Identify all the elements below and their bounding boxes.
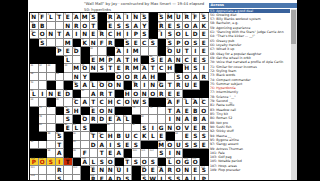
grid-cell[interactable]: E [64,47,73,56]
grid-cell[interactable]: N [149,81,158,90]
grid-cell[interactable]: L [90,158,99,167]
grid-cell[interactable]: 32D [73,47,82,56]
grid-cell[interactable] [115,124,124,133]
grid-cell[interactable]: S [175,175,184,181]
grid-cell[interactable]: P [200,175,209,181]
grid-cell[interactable]: R [90,115,99,124]
grid-cell[interactable] [64,166,73,175]
clue-list[interactable]: 53: Appreciate a good deal56: Growing di… [209,9,290,173]
grid-cell[interactable]: L [192,175,201,181]
grid-cell[interactable]: R [166,166,175,175]
grid-cell[interactable]: S [192,141,201,150]
grid-cell[interactable]: E [183,107,192,116]
grid-cell[interactable]: 88 [47,132,56,141]
grid-cell[interactable]: T [90,22,99,31]
grid-cell[interactable]: N [115,81,124,90]
grid-cell[interactable]: N [175,149,184,158]
grid-cell[interactable]: 52S [175,73,184,82]
grid-cell[interactable]: S [175,22,184,31]
grid-cell[interactable]: N [107,166,116,175]
grid-cell[interactable]: 75 [132,107,141,116]
grid-cell[interactable]: C [158,64,167,73]
grid-cell[interactable] [73,56,82,65]
grid-cell[interactable]: O [107,158,116,167]
grid-cell[interactable]: A [175,107,184,116]
grid-cell[interactable]: T [124,56,133,65]
grid-cell[interactable] [141,47,150,56]
grid-cell[interactable]: 24R [98,30,107,39]
grid-cell[interactable]: E [115,64,124,73]
grid-cell[interactable]: 16U [175,13,184,22]
crossword-grid[interactable]: 1N2F3L4T5E6A7M8S9R10A11I12N13S14S15M16U1… [29,12,210,180]
grid-cell[interactable]: 12N [132,13,141,22]
grid-cell[interactable]: C [115,98,124,107]
grid-cell[interactable]: E [166,90,175,99]
grid-cell[interactable]: 104O [39,158,48,167]
grid-cell[interactable]: 84E [64,124,73,133]
grid-cell[interactable]: 120S [141,175,150,181]
grid-cell[interactable]: E [90,30,99,39]
grid-cell[interactable]: 77 [158,107,167,116]
grid-cell[interactable]: H [73,107,82,116]
grid-cell[interactable]: 15M [166,13,175,22]
grid-cell[interactable]: H [115,30,124,39]
grid-cell[interactable]: 72 [47,107,56,116]
grid-cell[interactable]: 35O [166,47,175,56]
grid-cell[interactable]: S [166,30,175,39]
grid-cell[interactable]: 71 [39,107,48,116]
grid-cell[interactable]: 54S [73,81,82,90]
grid-cell[interactable]: C [141,39,150,48]
grid-cell[interactable]: 20B [30,22,39,31]
grid-cell[interactable]: 13S [141,13,150,22]
grid-cell[interactable]: F [175,98,184,107]
grid-cell[interactable]: E [132,39,141,48]
grid-cell[interactable]: 51 [166,73,175,82]
grid-cell[interactable]: 86 [107,124,116,133]
grid-cell[interactable]: P [132,30,141,39]
grid-cell[interactable]: 11I [124,13,133,22]
grid-cell[interactable]: 65 [56,98,65,107]
grid-cell[interactable]: A [183,175,192,181]
grid-cell[interactable]: 21E [107,22,116,31]
grid-cell[interactable]: I [124,166,133,175]
grid-cell[interactable] [39,98,48,107]
grid-cell[interactable]: T [56,141,65,150]
grid-cell[interactable]: 39S [149,56,158,65]
grid-cell[interactable]: D [98,115,107,124]
grid-cell[interactable]: A [107,175,116,181]
grid-cell[interactable]: R [73,22,82,31]
grid-cell[interactable]: 108L [166,158,175,167]
grid-cell[interactable] [90,149,99,158]
grid-cell[interactable]: F [98,39,107,48]
grid-cell[interactable]: 40E [158,56,167,65]
grid-cell[interactable]: I [166,115,175,124]
grid-cell[interactable]: 63H [124,90,133,99]
grid-cell[interactable]: T [166,107,175,116]
grid-cell[interactable]: A [81,98,90,107]
grid-cell[interactable]: N [47,30,56,39]
grid-cell[interactable]: S [192,39,201,48]
grid-cell[interactable]: N [175,56,184,65]
grid-cell[interactable]: A [183,115,192,124]
grid-cell[interactable]: R [158,90,167,99]
grid-cell[interactable]: O [183,73,192,82]
grid-cell[interactable]: A [64,30,73,39]
grid-cell[interactable]: A [192,73,201,82]
grid-cell[interactable]: I [158,175,167,181]
grid-cell[interactable]: S [192,64,201,73]
grid-cell[interactable]: A [166,56,175,65]
grid-cell[interactable] [47,39,56,48]
grid-cell[interactable]: S [141,124,150,133]
grid-cell[interactable]: O [39,30,48,39]
grid-cell[interactable]: M [73,64,82,73]
grid-cell[interactable]: A [81,81,90,90]
grid-cell[interactable]: 69A [192,98,201,107]
grid-cell[interactable]: 64 [30,98,39,107]
grid-cell[interactable]: U [175,141,184,150]
grid-cell[interactable]: 107T [124,158,133,167]
grid-cell[interactable]: N [166,124,175,133]
grid-cell[interactable]: N [73,73,82,82]
grid-cell[interactable]: S [200,56,209,65]
grid-cell[interactable]: 47H [183,64,192,73]
grid-cell[interactable]: B [115,132,124,141]
grid-cell[interactable]: I [124,30,133,39]
grid-cell[interactable]: 19S [200,13,209,22]
grid-cell[interactable]: E [56,90,65,99]
grid-cell[interactable]: L [183,30,192,39]
grid-cell[interactable]: O [141,158,150,167]
grid-cell[interactable]: I [73,30,82,39]
grid-cell[interactable]: T [149,64,158,73]
grid-cell[interactable]: 110O [192,158,201,167]
grid-cell[interactable]: 62 [81,90,90,99]
grid-cell[interactable]: 109G [183,158,192,167]
grid-cell[interactable]: N [47,90,56,99]
grid-cell[interactable]: 68L [183,98,192,107]
grid-cell[interactable]: 9R [107,13,116,22]
grid-cell[interactable]: A [192,22,201,31]
grid-cell[interactable]: 95 [73,141,82,150]
grid-cell[interactable]: 97O [166,141,175,150]
grid-cell[interactable]: 57O [107,81,116,90]
grid-cell[interactable]: 61D [64,90,73,99]
grid-cell[interactable]: 22R [158,22,167,31]
grid-cell[interactable]: 117S [200,166,209,175]
grid-cell[interactable]: 85L [73,124,82,133]
grid-cell[interactable]: E [183,132,192,141]
grid-cell[interactable]: U [175,47,184,56]
grid-cell[interactable]: 66C [73,98,82,107]
grid-cell[interactable]: M [132,64,141,73]
grid-cell[interactable]: S [124,22,133,31]
grid-cell[interactable]: A [56,149,65,158]
grid-cell[interactable]: 10A [115,13,124,22]
grid-cell[interactable]: S [141,98,150,107]
grid-cell[interactable]: 23C [30,30,39,39]
grid-cell[interactable]: I [192,47,201,56]
grid-cell[interactable]: 1N [30,13,39,22]
grid-cell[interactable]: I [149,124,158,133]
grid-cell[interactable]: C [132,132,141,141]
grid-cell[interactable]: S [149,158,158,167]
grid-cell[interactable]: 56O [98,81,107,90]
grid-cell[interactable]: 96M [158,141,167,150]
grid-cell[interactable]: 4T [56,13,65,22]
grid-cell[interactable]: K [200,22,209,31]
grid-cell[interactable] [56,115,65,124]
grid-cell[interactable]: 101 [141,149,150,158]
grid-cell[interactable]: 74E [90,107,99,116]
grid-cell[interactable]: W [132,98,141,107]
grid-cell[interactable]: N [64,22,73,31]
grid-cell[interactable]: 7M [81,13,90,22]
grid-cell[interactable]: D [192,30,201,39]
grid-cell[interactable]: 82 [141,115,150,124]
grid-cell[interactable]: H [166,64,175,73]
grid-cell[interactable]: R [124,64,133,73]
grid-cell[interactable]: 25I [158,30,167,39]
grid-cell[interactable]: A [98,141,107,150]
grid-cell[interactable] [39,73,48,82]
grid-cell[interactable]: O [81,22,90,31]
grid-cell[interactable]: T [166,81,175,90]
grid-cell[interactable]: 92C [98,132,107,141]
grid-cell[interactable]: 48 [30,73,39,82]
grid-cell[interactable]: 73S [64,107,73,116]
clue-item[interactable]: 70: Voice that narrated a profile of Api… [209,60,290,64]
grid-cell[interactable]: N [90,64,99,73]
grid-cell[interactable]: 94 [30,141,39,150]
grid-cell[interactable]: E [107,115,116,124]
grid-cell[interactable]: 115D [141,166,150,175]
grid-cell[interactable]: E [192,166,201,175]
grid-cell[interactable] [47,73,56,82]
grid-cell[interactable]: S [158,149,167,158]
grid-cell[interactable]: 100 [132,149,141,158]
grid-cell[interactable]: H [132,56,141,65]
grid-cell[interactable]: 118 [30,175,39,181]
grid-cell[interactable]: R [175,81,184,90]
grid-cell[interactable]: O [183,22,192,31]
grid-cell[interactable]: S [115,141,124,150]
grid-cell[interactable]: 50O [115,73,124,82]
grid-cell[interactable]: R [200,124,209,133]
grid-cell[interactable]: I [141,81,150,90]
grid-cell[interactable]: O [175,166,184,175]
grid-cell[interactable]: 18F [192,13,201,22]
grid-cell[interactable]: 55L [90,81,99,90]
grid-cell[interactable] [64,73,73,82]
grid-cell[interactable]: R [56,166,65,175]
grid-cell[interactable]: I [107,141,116,150]
grid-cell[interactable]: 78 [39,115,48,124]
grid-cell[interactable]: 87 [132,124,141,133]
grid-cell[interactable]: G [158,124,167,133]
grid-cell[interactable]: I [166,149,175,158]
grid-cell[interactable]: 49 [56,73,65,82]
grid-cell[interactable]: E [149,166,158,175]
grid-cell[interactable]: I [56,158,65,167]
grid-cell[interactable]: 93 [175,132,184,141]
grid-cell[interactable]: 80A [115,115,124,124]
clue-scrollbar[interactable] [291,9,297,180]
grid-cell[interactable]: S [132,141,141,150]
grid-cell[interactable]: C [183,56,192,65]
grid-cell[interactable]: O [175,124,184,133]
grid-cell[interactable]: 42 [39,64,48,73]
grid-cell[interactable]: E [124,141,133,150]
grid-cell[interactable]: S [166,175,175,181]
grid-cell[interactable]: 70C [200,98,209,107]
grid-cell[interactable] [149,47,158,56]
grid-cell[interactable]: S [141,30,150,39]
grid-cell[interactable]: T [98,149,107,158]
grid-cell[interactable]: 45O [81,64,90,73]
grid-cell[interactable] [47,124,56,133]
grid-cell[interactable]: R [200,73,209,82]
grid-cell[interactable]: M [64,39,73,48]
grid-cell[interactable]: 60L [30,90,39,99]
grid-cell[interactable]: N [98,166,107,175]
grid-cell[interactable]: 6A [73,13,82,22]
grid-cell[interactable]: E [200,47,209,56]
grid-cell[interactable]: H [107,98,116,107]
grid-cell[interactable]: I [124,47,133,56]
grid-cell[interactable]: 98 [47,149,56,158]
grid-cell[interactable]: 59G [158,81,167,90]
grid-cell[interactable]: 29S [149,39,158,48]
grid-cell[interactable]: S [56,175,65,181]
grid-cell[interactable]: S [183,141,192,150]
grid-cell[interactable] [56,81,65,90]
grid-cell[interactable]: N [81,30,90,39]
grid-cell[interactable]: O [98,107,107,116]
grid-cell[interactable]: E [158,132,167,141]
grid-cell[interactable]: T [90,98,99,107]
grid-cell[interactable]: 114U [115,166,124,175]
grid-cell[interactable]: 2F [39,13,48,22]
grid-cell[interactable]: E [200,30,209,39]
grid-cell[interactable]: 17R [183,13,192,22]
grid-cell[interactable]: 58R [132,81,141,90]
grid-cell[interactable]: A [115,149,124,158]
grid-cell[interactable] [81,141,90,150]
grid-cell[interactable]: B [192,107,201,116]
grid-cell[interactable]: L [149,132,158,141]
grid-cell[interactable]: E [192,81,201,90]
grid-cell[interactable]: D [90,141,99,150]
grid-cell[interactable]: O [175,30,184,39]
grid-cell[interactable]: 43 [47,64,56,73]
grid-cell[interactable]: S [124,175,133,181]
grid-cell[interactable] [158,115,167,124]
grid-cell[interactable] [149,115,158,124]
grid-cell[interactable]: 119R [90,175,99,181]
grid-cell[interactable]: O [200,107,209,116]
grid-cell[interactable] [56,39,65,48]
grid-cell[interactable]: 90 [73,132,82,141]
grid-cell[interactable]: I [39,90,48,99]
grid-cell[interactable]: S [115,22,124,31]
grid-cell[interactable]: 105T [64,158,73,167]
grid-cell[interactable]: E [107,149,116,158]
grid-cell[interactable]: Y [81,73,90,82]
grid-cell[interactable]: E [166,22,175,31]
grid-cell[interactable]: 46A [141,64,150,73]
grid-cell[interactable] [47,141,56,150]
grid-cell[interactable]: E [192,124,201,133]
grid-cell[interactable] [39,141,48,150]
grid-cell[interactable] [39,166,48,175]
grid-cell[interactable]: S [98,158,107,167]
grid-cell[interactable]: 37E [90,56,99,65]
grid-cell[interactable]: 91T [90,132,99,141]
grid-cell[interactable] [124,124,133,133]
scrollbar-thumb[interactable] [291,10,296,44]
grid-cell[interactable]: M [132,47,141,56]
grid-cell[interactable]: O [183,39,192,48]
grid-cell[interactable]: N [141,90,150,99]
grid-cell[interactable]: E [200,39,209,48]
grid-cell[interactable]: 81L [124,115,133,124]
grid-cell[interactable]: O [124,98,133,107]
grid-cell[interactable]: 30S [166,39,175,48]
grid-cell[interactable] [64,175,73,181]
grid-cell[interactable]: O [149,90,158,99]
grid-cell[interactable]: 116A [158,166,167,175]
grid-cell[interactable]: 103P [30,158,39,167]
grid-cell[interactable]: E [200,141,209,150]
grid-cell[interactable]: E [98,175,107,181]
grid-cell[interactable]: 34A [115,47,124,56]
grid-cell[interactable]: 99 [73,149,82,158]
grid-cell[interactable]: 33 [90,47,99,56]
grid-cell[interactable]: K [141,132,150,141]
grid-cell[interactable] [56,22,65,31]
grid-cell[interactable]: E [175,90,184,99]
grid-cell[interactable]: 89S [56,132,65,141]
grid-cell[interactable]: S [132,158,141,167]
grid-cell[interactable]: V [183,124,192,133]
grid-cell[interactable]: 44 [64,64,73,73]
grid-cell[interactable]: 79O [81,115,90,124]
grid-cell[interactable]: S [81,124,90,133]
grid-cell[interactable]: I [200,64,209,73]
grid-cell[interactable]: T [183,47,192,56]
grid-cell[interactable]: P [175,39,184,48]
grid-cell[interactable]: O [175,158,184,167]
grid-cell[interactable]: S [64,115,73,124]
grid-cell[interactable]: 113E [90,166,99,175]
grid-cell[interactable]: 14S [158,13,167,22]
grid-cell[interactable]: U [183,81,192,90]
grid-cell[interactable] [47,115,56,124]
grid-cell[interactable]: S [47,158,56,167]
grid-cell[interactable]: 83 [39,124,48,133]
grid-cell[interactable] [141,107,150,116]
grid-cell[interactable]: U [124,132,133,141]
grid-cell[interactable]: S [192,132,201,141]
grid-cell[interactable]: T [107,64,116,73]
grid-cell[interactable] [47,166,56,175]
grid-cell[interactable]: 41 [30,64,39,73]
grid-cell[interactable] [47,175,56,181]
grid-cell[interactable]: 26S [39,39,48,48]
